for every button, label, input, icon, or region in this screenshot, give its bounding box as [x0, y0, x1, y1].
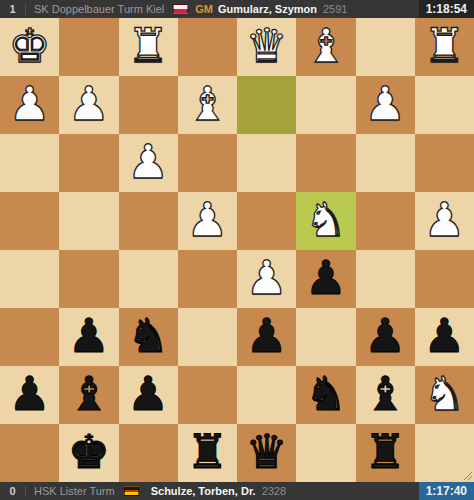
square-f6[interactable]: ♞	[119, 308, 178, 366]
square-a4[interactable]: ♟	[415, 192, 474, 250]
square-d4[interactable]	[237, 192, 296, 250]
top-player-rating: 2591	[323, 3, 347, 15]
square-d1[interactable]: ♛	[237, 18, 296, 76]
black-queen[interactable]: ♛	[246, 428, 288, 475]
square-a5[interactable]	[415, 250, 474, 308]
bottom-player-bar: 0 HSK Lister Turm Schulze, Torben, Dr. 2…	[0, 482, 474, 500]
square-c5[interactable]: ♟	[296, 250, 355, 308]
square-c1[interactable]: ♝	[296, 18, 355, 76]
square-h4[interactable]	[0, 192, 59, 250]
white-pawn[interactable]: ♟	[9, 80, 51, 127]
white-pawn[interactable]: ♟	[423, 196, 465, 243]
square-d2[interactable]	[237, 76, 296, 134]
square-b3[interactable]	[356, 134, 415, 192]
white-pawn[interactable]: ♟	[68, 80, 110, 127]
square-e5[interactable]	[178, 250, 237, 308]
square-f7[interactable]: ♟	[119, 366, 178, 424]
top-player-clock: 1:18:54	[419, 0, 474, 18]
square-g3[interactable]	[59, 134, 118, 192]
white-bishop[interactable]: ♝	[305, 22, 347, 69]
square-e8[interactable]: ♜	[178, 424, 237, 482]
square-c6[interactable]	[296, 308, 355, 366]
square-h1[interactable]: ♚	[0, 18, 59, 76]
square-a2[interactable]	[415, 76, 474, 134]
black-king[interactable]: ♚	[68, 428, 110, 475]
square-h3[interactable]	[0, 134, 59, 192]
black-rook[interactable]: ♜	[364, 428, 406, 475]
chess-board[interactable]: ♚♜♛♝♜♟♟♝♟♟♟♞♟♟♟♟♞♟♟♟♟♝♟♞♝♞♚♜♛♜	[0, 18, 474, 482]
white-pawn[interactable]: ♟	[127, 138, 169, 185]
bottom-player-clock: 1:17:40	[419, 482, 474, 500]
top-team-name: SK Doppelbauer Turm Kiel	[34, 3, 164, 15]
white-knight[interactable]: ♞	[305, 196, 347, 243]
square-h7[interactable]: ♟	[0, 366, 59, 424]
black-pawn[interactable]: ♟	[68, 312, 110, 359]
white-pawn[interactable]: ♟	[246, 254, 288, 301]
square-b4[interactable]	[356, 192, 415, 250]
white-king[interactable]: ♚	[9, 22, 51, 69]
square-f3[interactable]: ♟	[119, 134, 178, 192]
square-d6[interactable]: ♟	[237, 308, 296, 366]
square-g4[interactable]	[59, 192, 118, 250]
square-b6[interactable]: ♟	[356, 308, 415, 366]
white-knight[interactable]: ♞	[423, 370, 465, 417]
square-a8[interactable]	[415, 424, 474, 482]
square-h5[interactable]	[0, 250, 59, 308]
square-f1[interactable]: ♜	[119, 18, 178, 76]
top-player-name: Gumularz, Szymon	[218, 3, 317, 15]
square-b8[interactable]: ♜	[356, 424, 415, 482]
square-b5[interactable]	[356, 250, 415, 308]
square-g2[interactable]: ♟	[59, 76, 118, 134]
square-g6[interactable]: ♟	[59, 308, 118, 366]
bar-divider	[25, 4, 26, 15]
black-pawn[interactable]: ♟	[423, 312, 465, 359]
poland-flag-icon	[173, 4, 188, 14]
top-player-bar: 1 SK Doppelbauer Turm Kiel GM Gumularz, …	[0, 0, 474, 18]
white-queen[interactable]: ♛	[246, 22, 288, 69]
square-e4[interactable]: ♟	[178, 192, 237, 250]
square-h8[interactable]	[0, 424, 59, 482]
square-h6[interactable]	[0, 308, 59, 366]
square-c7[interactable]: ♞	[296, 366, 355, 424]
black-rook[interactable]: ♜	[186, 428, 228, 475]
top-score: 1	[0, 3, 25, 15]
square-h2[interactable]: ♟	[0, 76, 59, 134]
square-e1[interactable]	[178, 18, 237, 76]
square-b2[interactable]: ♟	[356, 76, 415, 134]
black-pawn[interactable]: ♟	[127, 370, 169, 417]
square-a7[interactable]: ♞	[415, 366, 474, 424]
bottom-score: 0	[0, 485, 25, 497]
square-f5[interactable]	[119, 250, 178, 308]
bottom-player-rating: 2328	[262, 485, 286, 497]
black-pawn[interactable]: ♟	[9, 370, 51, 417]
square-e6[interactable]	[178, 308, 237, 366]
black-bishop[interactable]: ♝	[68, 370, 110, 417]
top-player-title: GM	[195, 3, 213, 15]
square-d7[interactable]	[237, 366, 296, 424]
square-g7[interactable]: ♝	[59, 366, 118, 424]
square-a3[interactable]	[415, 134, 474, 192]
square-e3[interactable]	[178, 134, 237, 192]
square-f4[interactable]	[119, 192, 178, 250]
black-pawn[interactable]: ♟	[364, 312, 406, 359]
square-g8[interactable]: ♚	[59, 424, 118, 482]
square-b7[interactable]: ♝	[356, 366, 415, 424]
square-e2[interactable]: ♝	[178, 76, 237, 134]
bottom-team-name: HSK Lister Turm	[34, 485, 115, 497]
bottom-player-name: Schulze, Torben, Dr.	[151, 485, 256, 497]
square-a1[interactable]: ♜	[415, 18, 474, 76]
square-g1[interactable]	[59, 18, 118, 76]
square-d8[interactable]: ♛	[237, 424, 296, 482]
bar-divider	[25, 486, 26, 497]
broadcast-window: 1 SK Doppelbauer Turm Kiel GM Gumularz, …	[0, 0, 474, 500]
black-pawn[interactable]: ♟	[305, 254, 347, 301]
square-f8[interactable]	[119, 424, 178, 482]
black-knight[interactable]: ♞	[127, 312, 169, 359]
square-d5[interactable]: ♟	[237, 250, 296, 308]
square-d3[interactable]	[237, 134, 296, 192]
square-c4[interactable]: ♞	[296, 192, 355, 250]
white-pawn[interactable]: ♟	[186, 196, 228, 243]
square-c8[interactable]	[296, 424, 355, 482]
black-pawn[interactable]: ♟	[246, 312, 288, 359]
black-bishop[interactable]: ♝	[364, 370, 406, 417]
square-c2[interactable]	[296, 76, 355, 134]
square-a6[interactable]: ♟	[415, 308, 474, 366]
square-g5[interactable]	[59, 250, 118, 308]
square-b1[interactable]	[356, 18, 415, 76]
square-f2[interactable]	[119, 76, 178, 134]
white-bishop[interactable]: ♝	[186, 80, 228, 127]
germany-flag-icon	[124, 486, 139, 496]
square-e7[interactable]	[178, 366, 237, 424]
white-rook[interactable]: ♜	[423, 22, 465, 69]
black-knight[interactable]: ♞	[305, 370, 347, 417]
white-rook[interactable]: ♜	[127, 22, 169, 69]
square-c3[interactable]	[296, 134, 355, 192]
white-pawn[interactable]: ♟	[364, 80, 406, 127]
